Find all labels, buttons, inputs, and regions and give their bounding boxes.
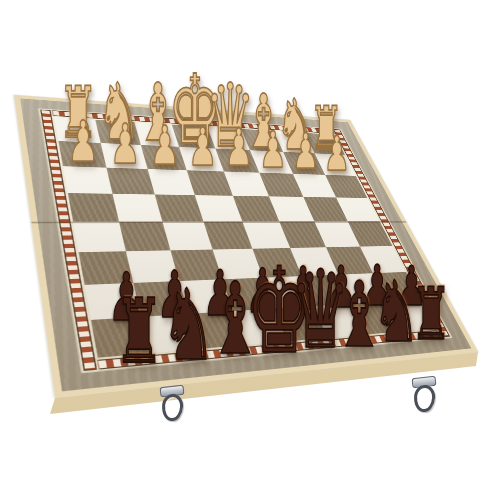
- square-h1: [54, 117, 101, 143]
- square-h8: [91, 317, 150, 358]
- clasp-left: [160, 386, 184, 421]
- square-h3: [63, 166, 113, 194]
- clasp-right: [412, 377, 436, 412]
- square-h4: [68, 193, 119, 222]
- clasp-ring-icon: [413, 384, 436, 412]
- chess-set-product-photo: ♜♞♝♚♛♝♞♜♟♟♟♟♟♟♟♟♟♟♟♟♟♟♟♟♜♞♝♚♛♝♞♜: [0, 0, 500, 500]
- square-h6: [79, 251, 134, 285]
- squares-grid: [52, 116, 439, 360]
- chess-board: [14, 95, 478, 398]
- clasp-ring-icon: [161, 393, 184, 421]
- square-h7: [85, 283, 142, 320]
- square-h2: [58, 141, 106, 168]
- square-h5: [73, 222, 126, 253]
